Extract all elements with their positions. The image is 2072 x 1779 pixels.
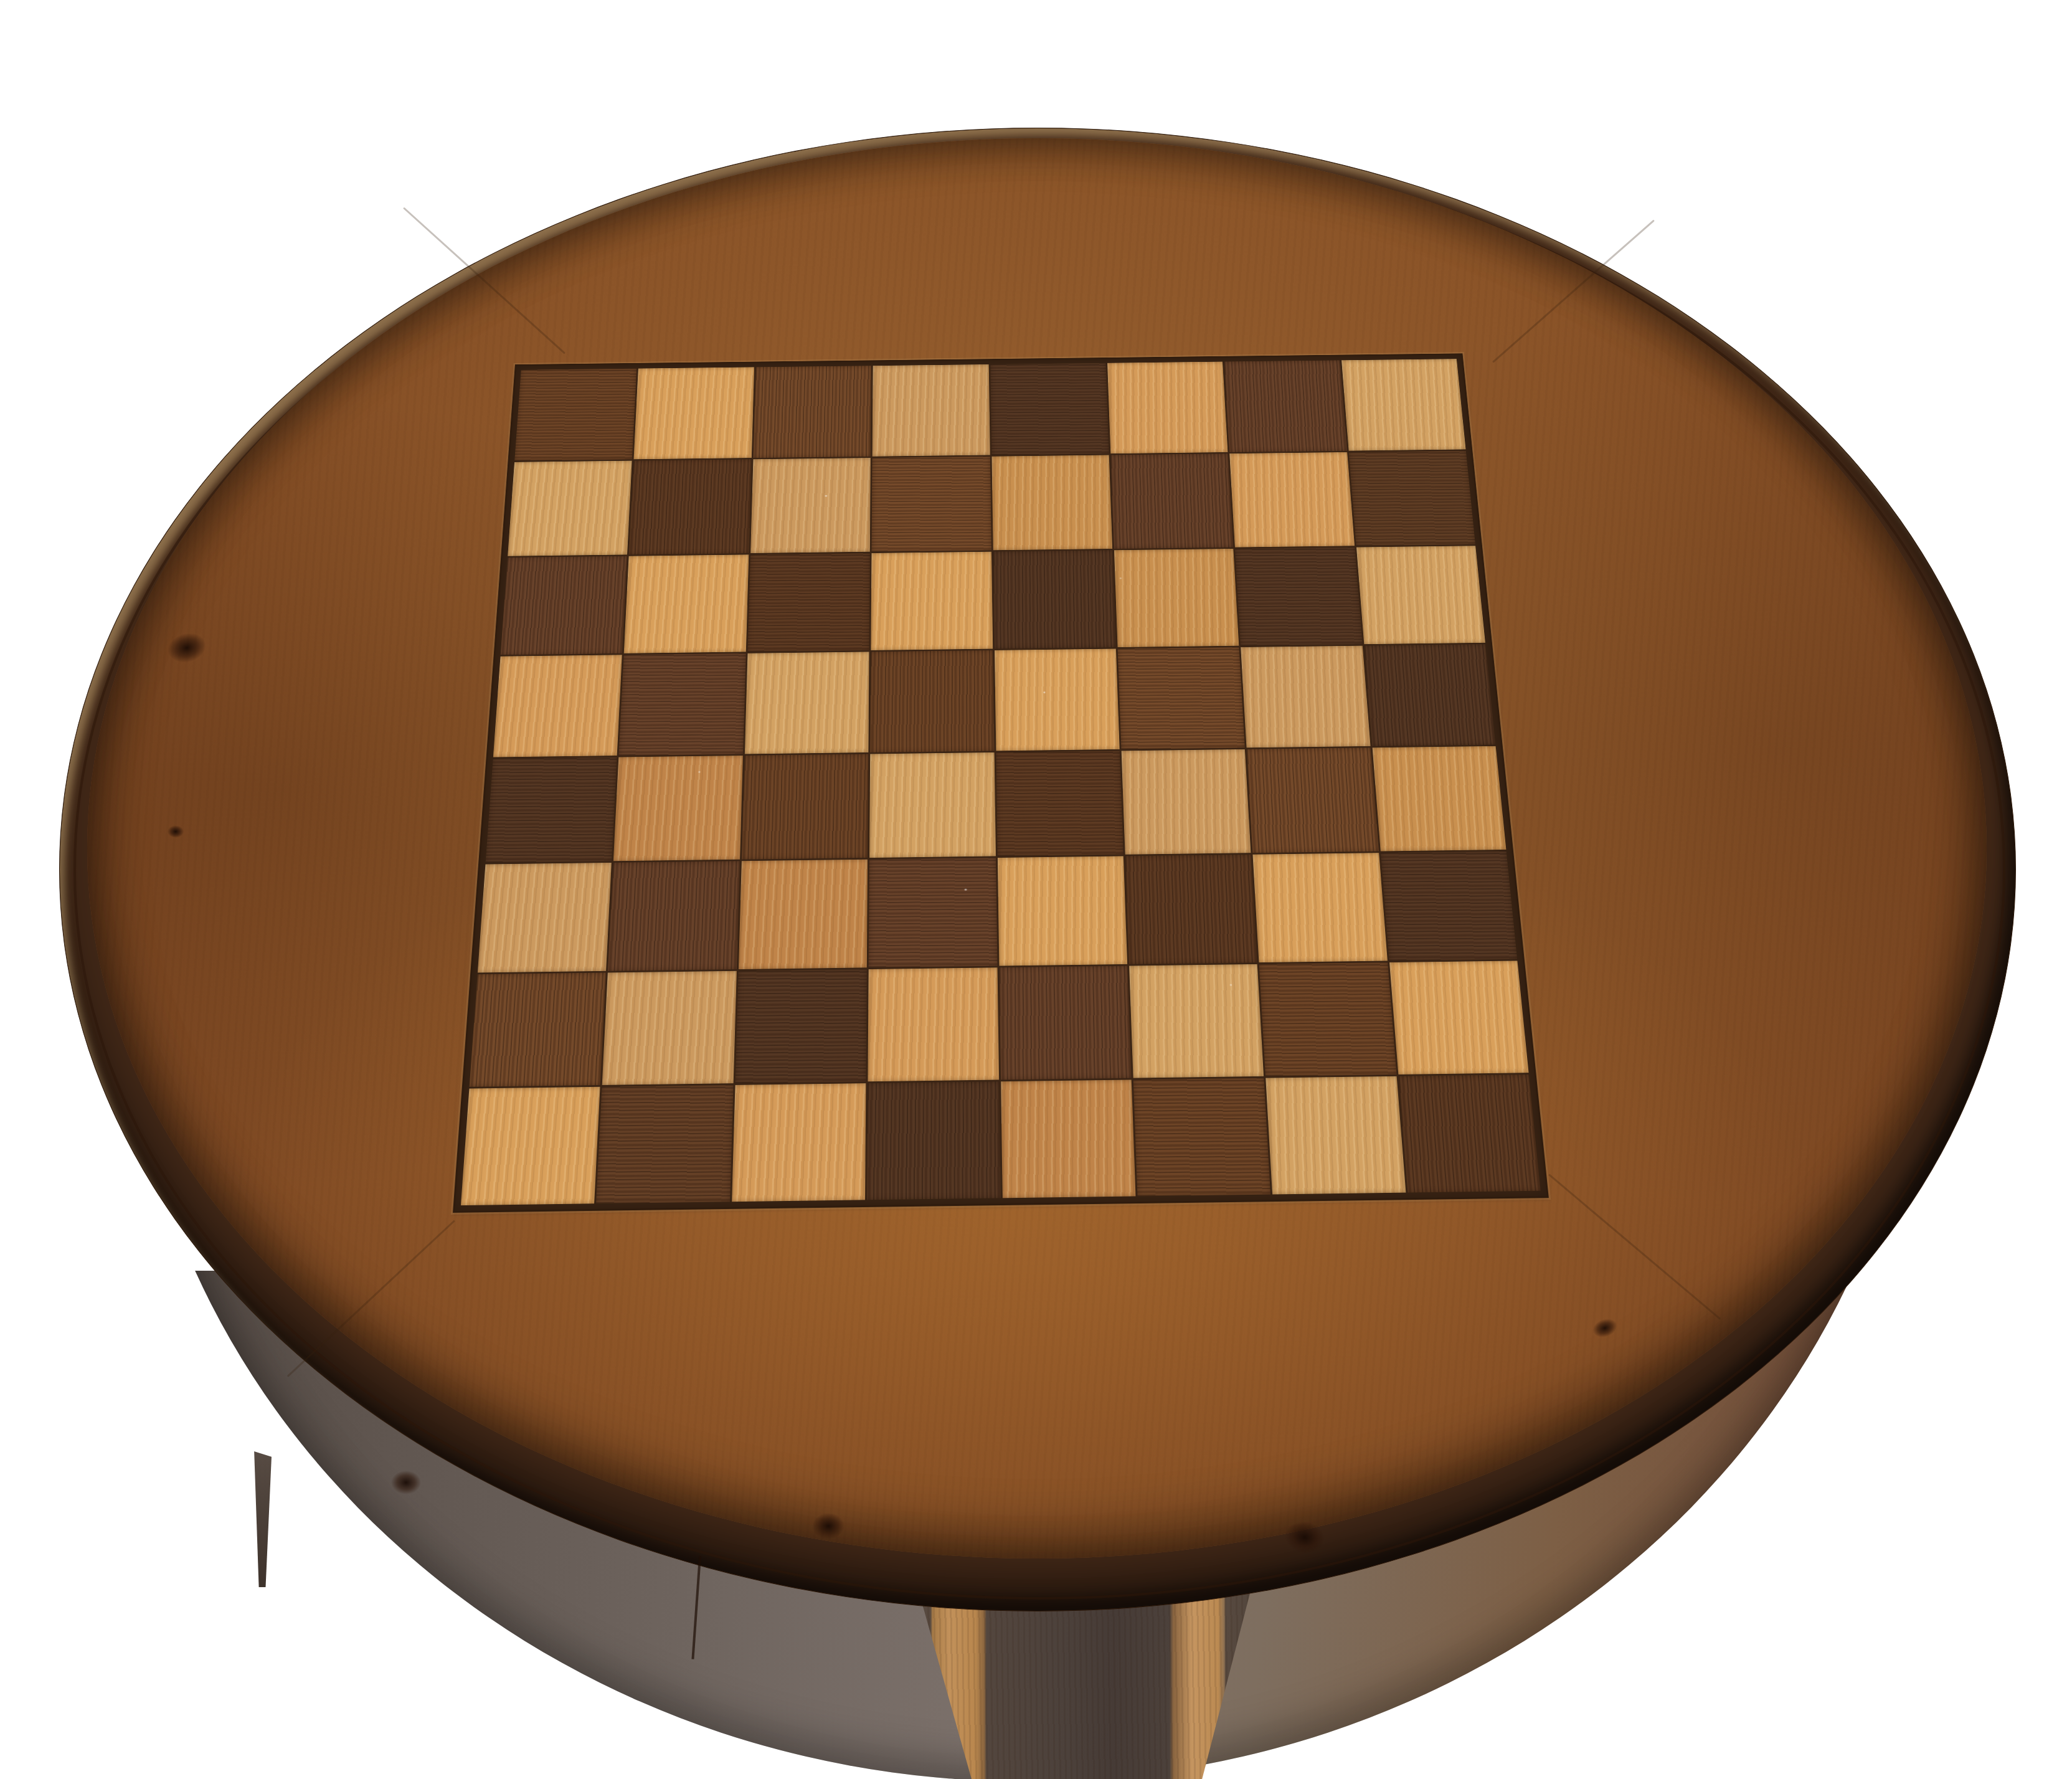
board-square-r5c2	[739, 860, 868, 969]
board-square-r1c1	[629, 459, 752, 554]
board-square-r2c6	[1235, 547, 1362, 645]
board-square-r2c5	[1114, 549, 1239, 647]
board-square-r6c1	[602, 971, 737, 1085]
board-square-r3c4	[995, 648, 1120, 751]
board-square-r7c2	[732, 1083, 866, 1202]
board-square-r0c1	[634, 367, 754, 459]
game-board	[453, 353, 1549, 1213]
board-square-r4c2	[742, 754, 869, 860]
wood-knot	[812, 1513, 844, 1539]
board-square-r2c7	[1356, 546, 1485, 644]
board-square-r7c3	[867, 1081, 1000, 1200]
board-square-r3c2	[745, 652, 869, 754]
wood-knot	[391, 1471, 421, 1494]
board-square-r4c0	[486, 757, 617, 863]
board-square-r0c2	[753, 366, 871, 458]
board-square-r0c7	[1341, 359, 1466, 450]
board-square-r4c3	[869, 752, 995, 858]
board-square-r3c1	[619, 653, 746, 756]
board-square-r4c1	[613, 756, 743, 861]
board-square-r0c0	[514, 369, 636, 461]
board-square-r4c7	[1372, 746, 1506, 851]
board-square-r1c2	[750, 458, 871, 553]
board-square-r5c6	[1253, 853, 1388, 962]
board-square-r3c0	[493, 655, 622, 757]
board-square-r7c1	[596, 1085, 733, 1203]
board-square-r5c4	[997, 856, 1127, 966]
board-square-r0c3	[873, 364, 990, 457]
board-square-r6c0	[470, 973, 607, 1087]
board-square-r3c5	[1118, 647, 1245, 749]
board-square-r7c0	[461, 1087, 600, 1205]
board-square-r6c2	[735, 969, 867, 1083]
board-square-r6c3	[868, 968, 999, 1082]
board-square-r7c7	[1398, 1075, 1541, 1192]
board-square-r0c5	[1107, 362, 1228, 454]
board-square-r2c3	[871, 551, 992, 650]
board-square-r5c1	[608, 861, 739, 971]
board-square-r0c6	[1224, 360, 1347, 452]
board-square-r4c6	[1247, 747, 1379, 853]
board-square-r1c3	[872, 457, 991, 552]
photo-canvas: Antique round occasional side table with…	[0, 0, 2072, 1779]
board-square-r0c4	[990, 363, 1109, 455]
board-square-r4c4	[996, 751, 1124, 856]
board-square-r5c0	[478, 863, 612, 972]
board-square-r7c4	[1001, 1080, 1136, 1198]
board-square-r2c0	[501, 556, 628, 655]
board-square-r2c1	[624, 554, 749, 653]
board-square-r1c6	[1229, 452, 1354, 548]
board-square-r5c7	[1381, 852, 1518, 961]
board-square-r3c7	[1364, 644, 1495, 746]
board-square-r2c4	[993, 550, 1115, 648]
board-square-r7c5	[1133, 1078, 1271, 1197]
board-square-r3c3	[870, 650, 994, 752]
board-square-r6c4	[999, 966, 1132, 1080]
board-square-r5c5	[1125, 855, 1257, 964]
board-square-r4c5	[1121, 749, 1251, 855]
board-grid	[453, 353, 1549, 1213]
board-square-r1c7	[1348, 451, 1475, 546]
board-square-r7c6	[1265, 1076, 1406, 1195]
board-square-r2c2	[747, 553, 870, 652]
board-square-r6c7	[1389, 961, 1529, 1075]
board-square-r3c6	[1241, 645, 1370, 747]
board-square-r1c5	[1110, 453, 1233, 549]
board-square-r1c0	[508, 461, 632, 556]
board-square-r5c3	[869, 858, 997, 967]
board-square-r6c5	[1129, 964, 1264, 1078]
wood-knot	[168, 825, 184, 838]
board-square-r6c6	[1259, 962, 1396, 1076]
board-square-r1c4	[991, 455, 1112, 550]
